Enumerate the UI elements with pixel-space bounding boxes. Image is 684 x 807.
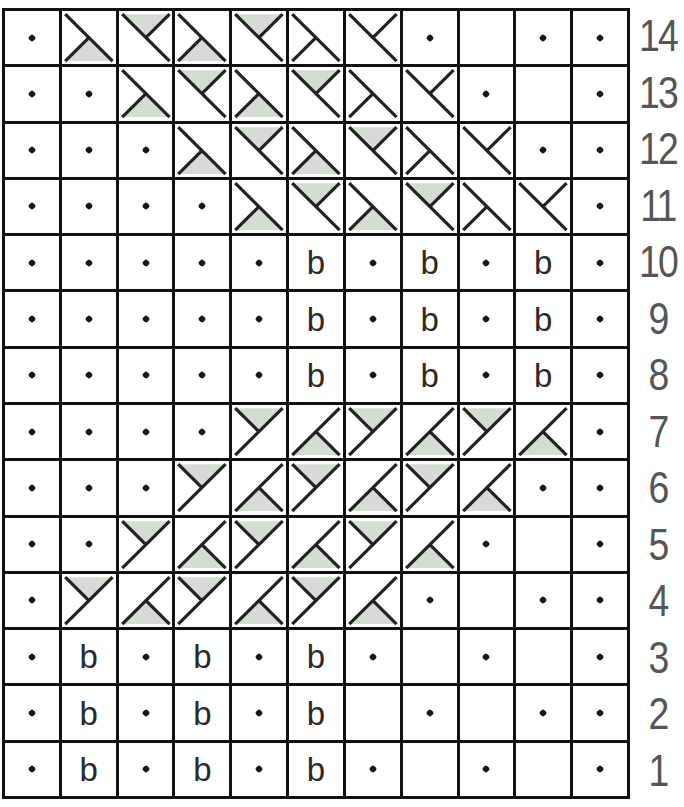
cell-r3-c7 — [346, 630, 400, 683]
cell-r8-c10: b — [516, 349, 570, 402]
purl-dot-icon — [596, 33, 604, 41]
cell-r10-c1 — [5, 236, 59, 289]
right-cross-cable-shaded-right-half-icon — [232, 574, 286, 627]
left-cross-cable-shaded-right-half-icon — [232, 124, 286, 177]
cell-r5-c2 — [62, 518, 116, 571]
cell-r7-c10 — [516, 405, 570, 458]
purl-dot-icon — [482, 765, 490, 773]
cell-r10-c3 — [119, 236, 173, 289]
cell-r1-c5 — [232, 743, 286, 796]
cell-r1-c9 — [460, 743, 514, 796]
right-cross-cable-shaded-right-half-icon — [346, 574, 400, 627]
purl-dot-icon — [482, 259, 490, 267]
right-cross-cable-shaded-left-half-icon — [62, 574, 116, 627]
purl-dot-icon — [198, 371, 206, 379]
cell-r2-c6: b — [289, 686, 343, 739]
left-cross-cable-shaded-left-half-icon — [62, 11, 116, 64]
cell-r4-c6 — [289, 574, 343, 627]
left-cross-cable-plain-right-half-icon — [403, 67, 457, 120]
right-cross-cable-shaded-left-half-icon — [232, 518, 286, 571]
cell-r12-c3 — [119, 124, 173, 177]
cell-r11-c6 — [289, 180, 343, 233]
cell-r8-c6: b — [289, 349, 343, 402]
cell-r9-c8: b — [403, 292, 457, 345]
purl-dot-icon — [84, 90, 92, 98]
purl-dot-icon — [539, 596, 547, 604]
cell-r13-c10 — [516, 67, 570, 120]
purl-dot-icon — [539, 709, 547, 717]
cell-r14-c9 — [460, 11, 514, 64]
right-cross-cable-shaded-left-half-icon — [460, 405, 514, 458]
cell-r7-c2 — [62, 405, 116, 458]
cell-r12-c4 — [175, 124, 229, 177]
right-cross-cable-shaded-left-half-icon — [119, 518, 173, 571]
right-cross-cable-shaded-right-half-icon — [346, 461, 400, 514]
purl-dot-icon — [28, 653, 36, 661]
purl-dot-icon — [539, 33, 547, 41]
cell-r3-c2: b — [62, 630, 116, 683]
cell-r2-c11 — [573, 686, 627, 739]
purl-dot-icon — [596, 596, 604, 604]
cell-r5-c7 — [346, 518, 400, 571]
purl-dot-icon — [596, 315, 604, 323]
cell-r10-c6: b — [289, 236, 343, 289]
cell-r2-c10 — [516, 686, 570, 739]
cell-r4-c8 — [403, 574, 457, 627]
purl-dot-icon — [198, 427, 206, 435]
cell-r14-c5 — [232, 11, 286, 64]
cell-r4-c7 — [346, 574, 400, 627]
ktbl-glyph: b — [420, 246, 438, 279]
cell-r1-c1 — [5, 743, 59, 796]
purl-dot-icon — [28, 259, 36, 267]
purl-dot-icon — [482, 371, 490, 379]
cell-r4-c11 — [573, 574, 627, 627]
purl-dot-icon — [28, 202, 36, 210]
ktbl-glyph: b — [307, 697, 325, 730]
left-cross-cable-plain-right-half-icon — [346, 11, 400, 64]
ktbl-glyph: b — [534, 246, 552, 279]
row-number-10: 10 — [636, 234, 680, 291]
purl-dot-icon — [28, 315, 36, 323]
purl-dot-icon — [198, 315, 206, 323]
right-cross-cable-shaded-right-half-icon — [289, 405, 343, 458]
cell-r2-c2: b — [62, 686, 116, 739]
purl-dot-icon — [596, 540, 604, 548]
cell-r8-c9 — [460, 349, 514, 402]
cell-r1-c10 — [516, 743, 570, 796]
cell-r11-c1 — [5, 180, 59, 233]
cell-r14-c6 — [289, 11, 343, 64]
cell-r8-c3 — [119, 349, 173, 402]
purl-dot-icon — [596, 765, 604, 773]
cell-r2-c8 — [403, 686, 457, 739]
right-cross-cable-shaded-right-half-icon — [460, 461, 514, 514]
purl-dot-icon — [539, 484, 547, 492]
cell-r7-c6 — [289, 405, 343, 458]
purl-dot-icon — [596, 146, 604, 154]
row-number-8: 8 — [636, 347, 680, 404]
cell-r6-c7 — [346, 461, 400, 514]
right-cross-cable-shaded-left-half-icon — [346, 405, 400, 458]
cell-r5-c8 — [403, 518, 457, 571]
cell-r6-c4 — [175, 461, 229, 514]
cell-r13-c5 — [232, 67, 286, 120]
row-number-11: 11 — [636, 178, 680, 235]
cell-r1-c3 — [119, 743, 173, 796]
left-cross-cable-shaded-right-half-icon — [232, 11, 286, 64]
left-cross-cable-shaded-right-half-icon — [289, 180, 343, 233]
ktbl-glyph: b — [420, 359, 438, 392]
cell-r13-c9 — [460, 67, 514, 120]
cell-r11-c7 — [346, 180, 400, 233]
right-cross-cable-shaded-right-half-icon — [232, 461, 286, 514]
cell-r8-c1 — [5, 349, 59, 402]
ktbl-glyph: b — [534, 303, 552, 336]
purl-dot-icon — [369, 315, 377, 323]
row-number-7: 7 — [636, 404, 680, 461]
left-cross-cable-shaded-left-half-icon — [175, 11, 229, 64]
row-number-3: 3 — [636, 630, 680, 687]
cell-r5-c9 — [460, 518, 514, 571]
cell-r14-c4 — [175, 11, 229, 64]
cell-r3-c9 — [460, 630, 514, 683]
cell-r9-c6: b — [289, 292, 343, 345]
purl-dot-icon — [482, 540, 490, 548]
cell-r12-c7 — [346, 124, 400, 177]
right-cross-cable-shaded-left-half-icon — [175, 574, 229, 627]
cell-r3-c11 — [573, 630, 627, 683]
cell-r10-c2 — [62, 236, 116, 289]
purl-dot-icon — [539, 146, 547, 154]
cell-r11-c4 — [175, 180, 229, 233]
purl-dot-icon — [255, 653, 263, 661]
cell-r8-c11 — [573, 349, 627, 402]
cell-r6-c6 — [289, 461, 343, 514]
cell-r11-c8 — [403, 180, 457, 233]
cell-r3-c6: b — [289, 630, 343, 683]
cell-r11-c11 — [573, 180, 627, 233]
cell-r14-c1 — [5, 11, 59, 64]
purl-dot-icon — [596, 653, 604, 661]
cell-r11-c9 — [460, 180, 514, 233]
cell-r3-c3 — [119, 630, 173, 683]
cell-r6-c8 — [403, 461, 457, 514]
purl-dot-icon — [28, 146, 36, 154]
cell-r8-c7 — [346, 349, 400, 402]
cell-r14-c10 — [516, 11, 570, 64]
purl-dot-icon — [369, 653, 377, 661]
row-number-9: 9 — [636, 291, 680, 348]
purl-dot-icon — [141, 146, 149, 154]
cell-r11-c5 — [232, 180, 286, 233]
row-number-4: 4 — [636, 573, 680, 630]
cell-r10-c7 — [346, 236, 400, 289]
right-cross-cable-shaded-right-half-icon — [175, 518, 229, 571]
purl-dot-icon — [596, 371, 604, 379]
left-cross-cable-shaded-left-half-icon — [232, 67, 286, 120]
left-cross-cable-plain-left-half-icon — [289, 11, 343, 64]
cell-r13-c8 — [403, 67, 457, 120]
purl-dot-icon — [425, 596, 433, 604]
purl-dot-icon — [425, 709, 433, 717]
cell-r7-c5 — [232, 405, 286, 458]
purl-dot-icon — [28, 427, 36, 435]
left-cross-cable-shaded-left-half-icon — [232, 180, 286, 233]
cell-r9-c4 — [175, 292, 229, 345]
purl-dot-icon — [28, 90, 36, 98]
purl-dot-icon — [84, 484, 92, 492]
cell-r8-c5 — [232, 349, 286, 402]
purl-dot-icon — [198, 259, 206, 267]
ktbl-glyph: b — [80, 753, 98, 786]
left-cross-cable-shaded-left-half-icon — [346, 180, 400, 233]
purl-dot-icon — [141, 653, 149, 661]
right-cross-cable-shaded-right-half-icon — [516, 405, 570, 458]
purl-dot-icon — [369, 371, 377, 379]
cell-r1-c6: b — [289, 743, 343, 796]
purl-dot-icon — [84, 202, 92, 210]
right-cross-cable-shaded-left-half-icon — [346, 518, 400, 571]
chart-grid: bbbbbbbbbbbbbbbbbb — [2, 8, 630, 799]
right-cross-cable-shaded-left-half-icon — [403, 461, 457, 514]
purl-dot-icon — [255, 371, 263, 379]
ktbl-glyph: b — [193, 640, 211, 673]
purl-dot-icon — [255, 259, 263, 267]
purl-dot-icon — [141, 765, 149, 773]
right-cross-cable-shaded-left-half-icon — [175, 461, 229, 514]
purl-dot-icon — [84, 315, 92, 323]
cell-r10-c4 — [175, 236, 229, 289]
purl-dot-icon — [425, 33, 433, 41]
cell-r4-c1 — [5, 574, 59, 627]
cell-r5-c6 — [289, 518, 343, 571]
purl-dot-icon — [28, 371, 36, 379]
cell-r1-c2: b — [62, 743, 116, 796]
cell-r7-c8 — [403, 405, 457, 458]
purl-dot-icon — [28, 33, 36, 41]
cell-r10-c11 — [573, 236, 627, 289]
ktbl-glyph: b — [80, 640, 98, 673]
ktbl-glyph: b — [420, 303, 438, 336]
purl-dot-icon — [482, 653, 490, 661]
cell-r12-c6 — [289, 124, 343, 177]
cell-r8-c4 — [175, 349, 229, 402]
cell-r8-c8: b — [403, 349, 457, 402]
purl-dot-icon — [596, 90, 604, 98]
cell-r13-c11 — [573, 67, 627, 120]
cell-r2-c7 — [346, 686, 400, 739]
row-number-14: 14 — [636, 8, 680, 65]
purl-dot-icon — [596, 427, 604, 435]
purl-dot-icon — [28, 765, 36, 773]
purl-dot-icon — [84, 146, 92, 154]
ktbl-glyph: b — [307, 246, 325, 279]
cell-r10-c8: b — [403, 236, 457, 289]
right-cross-cable-shaded-left-half-icon — [289, 461, 343, 514]
cell-r13-c4 — [175, 67, 229, 120]
cell-r3-c5 — [232, 630, 286, 683]
purl-dot-icon — [84, 427, 92, 435]
cell-r2-c4: b — [175, 686, 229, 739]
cell-r10-c9 — [460, 236, 514, 289]
cell-r13-c2 — [62, 67, 116, 120]
cell-r3-c8 — [403, 630, 457, 683]
ktbl-glyph: b — [193, 697, 211, 730]
purl-dot-icon — [141, 315, 149, 323]
ktbl-glyph: b — [307, 753, 325, 786]
cell-r7-c9 — [460, 405, 514, 458]
cell-r6-c9 — [460, 461, 514, 514]
left-cross-cable-shaded-right-half-icon — [119, 11, 173, 64]
cell-r4-c5 — [232, 574, 286, 627]
cell-r13-c6 — [289, 67, 343, 120]
cell-r13-c3 — [119, 67, 173, 120]
cell-r12-c1 — [5, 124, 59, 177]
cell-r8-c2 — [62, 349, 116, 402]
cell-r1-c11 — [573, 743, 627, 796]
purl-dot-icon — [28, 709, 36, 717]
left-cross-cable-shaded-left-half-icon — [175, 124, 229, 177]
cell-r9-c9 — [460, 292, 514, 345]
ktbl-glyph: b — [80, 697, 98, 730]
left-cross-cable-shaded-left-half-icon — [289, 124, 343, 177]
cell-r2-c1 — [5, 686, 59, 739]
purl-dot-icon — [141, 202, 149, 210]
cell-r12-c11 — [573, 124, 627, 177]
cell-r7-c4 — [175, 405, 229, 458]
row-number-12: 12 — [636, 121, 680, 178]
ktbl-glyph: b — [307, 640, 325, 673]
cell-r12-c8 — [403, 124, 457, 177]
cell-r3-c1 — [5, 630, 59, 683]
cell-r1-c8 — [403, 743, 457, 796]
cell-r6-c11 — [573, 461, 627, 514]
cell-r7-c11 — [573, 405, 627, 458]
cell-r14-c2 — [62, 11, 116, 64]
ktbl-glyph: b — [307, 303, 325, 336]
cell-r3-c10 — [516, 630, 570, 683]
cell-r5-c3 — [119, 518, 173, 571]
purl-dot-icon — [84, 259, 92, 267]
cell-r9-c11 — [573, 292, 627, 345]
cell-r14-c11 — [573, 11, 627, 64]
purl-dot-icon — [141, 427, 149, 435]
purl-dot-icon — [596, 709, 604, 717]
row-number-5: 5 — [636, 517, 680, 574]
row-number-1: 1 — [636, 743, 680, 800]
cell-r9-c1 — [5, 292, 59, 345]
cell-r9-c2 — [62, 292, 116, 345]
cell-r3-c4: b — [175, 630, 229, 683]
right-cross-cable-shaded-right-half-icon — [119, 574, 173, 627]
purl-dot-icon — [84, 540, 92, 548]
cell-r2-c9 — [460, 686, 514, 739]
purl-dot-icon — [255, 315, 263, 323]
right-cross-cable-shaded-left-half-icon — [232, 405, 286, 458]
cell-r12-c10 — [516, 124, 570, 177]
purl-dot-icon — [369, 259, 377, 267]
cell-r12-c9 — [460, 124, 514, 177]
cell-r6-c3 — [119, 461, 173, 514]
left-cross-cable-plain-right-half-icon — [516, 180, 570, 233]
cell-r7-c7 — [346, 405, 400, 458]
cell-r13-c1 — [5, 67, 59, 120]
purl-dot-icon — [596, 259, 604, 267]
cell-r7-c3 — [119, 405, 173, 458]
purl-dot-icon — [482, 90, 490, 98]
purl-dot-icon — [198, 202, 206, 210]
purl-dot-icon — [141, 709, 149, 717]
cell-r6-c1 — [5, 461, 59, 514]
cell-r11-c10 — [516, 180, 570, 233]
cell-r1-c4: b — [175, 743, 229, 796]
cell-r11-c2 — [62, 180, 116, 233]
cell-r6-c2 — [62, 461, 116, 514]
cell-r9-c3 — [119, 292, 173, 345]
cell-r13-c7 — [346, 67, 400, 120]
cell-r12-c5 — [232, 124, 286, 177]
purl-dot-icon — [28, 484, 36, 492]
cell-r5-c10 — [516, 518, 570, 571]
cell-r5-c4 — [175, 518, 229, 571]
cell-r14-c8 — [403, 11, 457, 64]
cell-r4-c9 — [460, 574, 514, 627]
purl-dot-icon — [255, 765, 263, 773]
right-cross-cable-shaded-right-half-icon — [403, 518, 457, 571]
purl-dot-icon — [141, 371, 149, 379]
cell-r5-c11 — [573, 518, 627, 571]
row-numbers-column: 1413121110987654321 — [632, 8, 684, 799]
cell-r9-c7 — [346, 292, 400, 345]
purl-dot-icon — [28, 540, 36, 548]
cell-r9-c5 — [232, 292, 286, 345]
left-cross-cable-plain-left-half-icon — [460, 180, 514, 233]
left-cross-cable-plain-right-half-icon — [460, 124, 514, 177]
cell-r10-c10: b — [516, 236, 570, 289]
cell-r10-c5 — [232, 236, 286, 289]
cell-r4-c3 — [119, 574, 173, 627]
cell-r2-c5 — [232, 686, 286, 739]
ktbl-glyph: b — [193, 753, 211, 786]
cell-r6-c10 — [516, 461, 570, 514]
purl-dot-icon — [141, 259, 149, 267]
cell-r5-c5 — [232, 518, 286, 571]
cell-r7-c1 — [5, 405, 59, 458]
cell-r1-c7 — [346, 743, 400, 796]
purl-dot-icon — [596, 484, 604, 492]
purl-dot-icon — [482, 315, 490, 323]
cell-r4-c10 — [516, 574, 570, 627]
purl-dot-icon — [596, 202, 604, 210]
cell-r6-c5 — [232, 461, 286, 514]
cell-r12-c2 — [62, 124, 116, 177]
cell-r4-c2 — [62, 574, 116, 627]
left-cross-cable-shaded-right-half-icon — [289, 67, 343, 120]
left-cross-cable-plain-left-half-icon — [346, 67, 400, 120]
purl-dot-icon — [369, 765, 377, 773]
right-cross-cable-shaded-left-half-icon — [289, 574, 343, 627]
left-cross-cable-shaded-right-half-icon — [346, 124, 400, 177]
cell-r2-c3 — [119, 686, 173, 739]
purl-dot-icon — [141, 484, 149, 492]
row-number-13: 13 — [636, 65, 680, 122]
left-cross-cable-shaded-right-half-icon — [403, 180, 457, 233]
purl-dot-icon — [28, 596, 36, 604]
purl-dot-icon — [255, 709, 263, 717]
cell-r11-c3 — [119, 180, 173, 233]
ktbl-glyph: b — [534, 359, 552, 392]
